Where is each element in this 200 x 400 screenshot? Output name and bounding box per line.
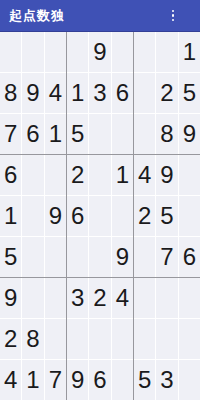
cell-r4c6[interactable]: 1 xyxy=(112,155,133,195)
cell-r2c8[interactable]: 2 xyxy=(156,73,177,113)
cell-r9c2[interactable]: 1 xyxy=(22,360,43,400)
cell-r5c8[interactable]: 5 xyxy=(156,196,177,236)
cell-r6c5[interactable] xyxy=(89,237,110,277)
cell-r2c3[interactable]: 4 xyxy=(45,73,66,113)
cell-r8c8[interactable] xyxy=(156,319,177,359)
cell-r6c3[interactable] xyxy=(45,237,66,277)
cell-r9c6[interactable] xyxy=(112,360,133,400)
cell-r4c4[interactable]: 2 xyxy=(67,155,88,195)
cell-r3c9[interactable]: 9 xyxy=(179,114,200,154)
cell-r8c1[interactable]: 2 xyxy=(0,319,21,359)
cell-r9c9[interactable] xyxy=(179,360,200,400)
cell-r7c2[interactable] xyxy=(22,278,43,318)
cell-r1c1[interactable] xyxy=(0,32,21,72)
cell-r3c1[interactable]: 7 xyxy=(0,114,21,154)
cell-r4c1[interactable]: 6 xyxy=(0,155,21,195)
cell-r3c2[interactable]: 6 xyxy=(22,114,43,154)
cell-r5c6[interactable] xyxy=(112,196,133,236)
cell-r2c9[interactable]: 5 xyxy=(179,73,200,113)
cell-r5c1[interactable]: 1 xyxy=(0,196,21,236)
cell-r6c4[interactable] xyxy=(67,237,88,277)
cell-r6c6[interactable]: 9 xyxy=(112,237,133,277)
cell-r8c3[interactable] xyxy=(45,319,66,359)
cell-r9c7[interactable]: 5 xyxy=(134,360,155,400)
cell-r5c2[interactable] xyxy=(22,196,43,236)
cell-r1c9[interactable]: 1 xyxy=(179,32,200,72)
cell-r3c7[interactable] xyxy=(134,114,155,154)
kebab-dot xyxy=(172,19,175,22)
cell-r8c9[interactable] xyxy=(179,319,200,359)
cell-r2c2[interactable]: 9 xyxy=(22,73,43,113)
cell-r7c6[interactable]: 4 xyxy=(112,278,133,318)
cell-r7c3[interactable] xyxy=(45,278,66,318)
cell-r1c5[interactable]: 9 xyxy=(89,32,110,72)
cell-r4c9[interactable] xyxy=(179,155,200,195)
sudoku-grid: 9189413625761589621491962559769324284179… xyxy=(0,32,200,400)
cell-r5c4[interactable]: 6 xyxy=(67,196,88,236)
cell-r2c5[interactable]: 3 xyxy=(89,73,110,113)
cell-r1c2[interactable] xyxy=(22,32,43,72)
sudoku-app-screen: 起点数独 91894136257615896214919625597693242… xyxy=(0,0,200,400)
cell-r5c7[interactable]: 2 xyxy=(134,196,155,236)
cell-r3c3[interactable]: 1 xyxy=(45,114,66,154)
cell-r7c9[interactable] xyxy=(179,278,200,318)
cell-r4c5[interactable] xyxy=(89,155,110,195)
cell-r8c7[interactable] xyxy=(134,319,155,359)
cell-r1c6[interactable] xyxy=(112,32,133,72)
sudoku-board: 9189413625761589621491962559769324284179… xyxy=(0,32,200,400)
cell-r6c9[interactable]: 6 xyxy=(179,237,200,277)
cell-r5c5[interactable] xyxy=(89,196,110,236)
cell-r6c2[interactable] xyxy=(22,237,43,277)
cell-r7c4[interactable]: 3 xyxy=(67,278,88,318)
cell-r2c6[interactable]: 6 xyxy=(112,73,133,113)
cell-r8c6[interactable] xyxy=(112,319,133,359)
cell-r6c8[interactable]: 7 xyxy=(156,237,177,277)
cell-r3c5[interactable] xyxy=(89,114,110,154)
cell-r8c5[interactable] xyxy=(89,319,110,359)
cell-r2c4[interactable]: 1 xyxy=(67,73,88,113)
cell-r1c4[interactable] xyxy=(67,32,88,72)
kebab-menu-icon[interactable] xyxy=(168,0,178,31)
cell-r4c8[interactable]: 9 xyxy=(156,155,177,195)
cell-r3c4[interactable]: 5 xyxy=(67,114,88,154)
kebab-dot xyxy=(172,14,175,17)
cell-r4c2[interactable] xyxy=(22,155,43,195)
cell-r7c8[interactable] xyxy=(156,278,177,318)
app-bar: 起点数独 xyxy=(0,0,200,32)
app-title: 起点数独 xyxy=(0,0,65,31)
cell-r7c7[interactable] xyxy=(134,278,155,318)
cell-r5c9[interactable] xyxy=(179,196,200,236)
kebab-dot xyxy=(172,10,175,13)
cell-r4c7[interactable]: 4 xyxy=(134,155,155,195)
cell-r1c7[interactable] xyxy=(134,32,155,72)
cell-r1c3[interactable] xyxy=(45,32,66,72)
cell-r7c1[interactable]: 9 xyxy=(0,278,21,318)
cell-r6c1[interactable]: 5 xyxy=(0,237,21,277)
cell-r1c8[interactable] xyxy=(156,32,177,72)
cell-r9c5[interactable]: 6 xyxy=(89,360,110,400)
cell-r2c7[interactable] xyxy=(134,73,155,113)
cell-r9c8[interactable]: 3 xyxy=(156,360,177,400)
cell-r9c4[interactable]: 9 xyxy=(67,360,88,400)
cell-r3c8[interactable]: 8 xyxy=(156,114,177,154)
cell-r9c3[interactable]: 7 xyxy=(45,360,66,400)
cell-r5c3[interactable]: 9 xyxy=(45,196,66,236)
cell-r6c7[interactable] xyxy=(134,237,155,277)
cell-r4c3[interactable] xyxy=(45,155,66,195)
cell-r8c2[interactable]: 8 xyxy=(22,319,43,359)
cell-r2c1[interactable]: 8 xyxy=(0,73,21,113)
cell-r9c1[interactable]: 4 xyxy=(0,360,21,400)
cell-r7c5[interactable]: 2 xyxy=(89,278,110,318)
cell-r8c4[interactable] xyxy=(67,319,88,359)
cell-r3c6[interactable] xyxy=(112,114,133,154)
